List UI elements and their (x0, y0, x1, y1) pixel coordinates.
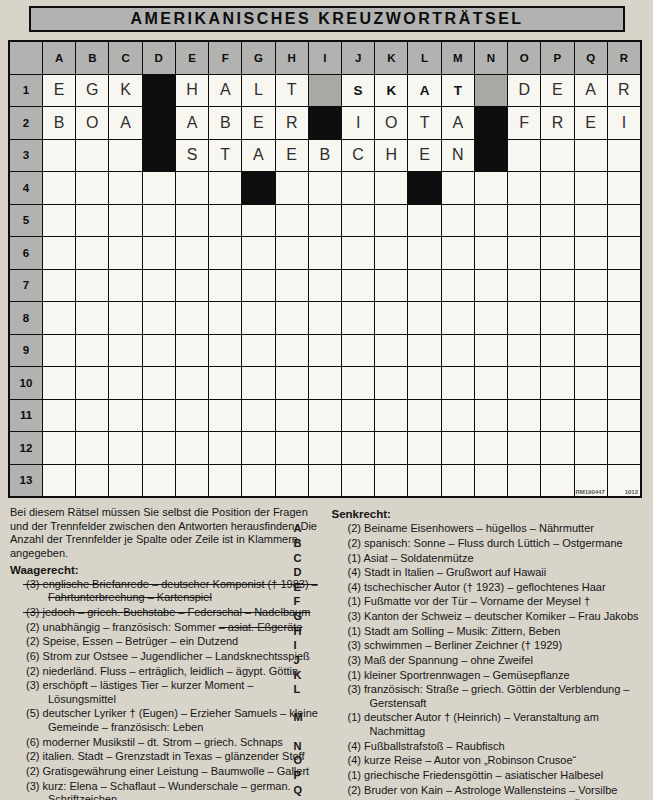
grid-cell-G7[interactable] (242, 270, 274, 302)
grid-cell-C1[interactable]: K (109, 75, 141, 107)
grid-cell-R10[interactable] (608, 367, 640, 399)
grid-cell-L9[interactable] (408, 335, 440, 367)
grid-cell-A6[interactable] (43, 237, 75, 269)
down-clue-O: O (4) kurze Reise – Autor von „Robinson … (332, 754, 646, 768)
crossword-grid: ABCDEFGHIJKLMNOPQR1EGKHALTSKATDEAR2BOAAB… (8, 40, 642, 498)
grid-cell-F8[interactable] (209, 302, 241, 334)
cell-letter: T (420, 114, 430, 132)
grid-cell-E3[interactable]: S (176, 140, 208, 172)
grid-cell-Q11[interactable] (575, 400, 607, 432)
grid-cell-K1[interactable]: K (375, 75, 407, 107)
grid-cell-H9[interactable] (276, 335, 308, 367)
grid-cell-E4[interactable] (176, 172, 208, 204)
grid-cell-A5[interactable] (43, 205, 75, 237)
cell-letter: T (454, 83, 462, 98)
right-column: Senkrecht: A (2) Beiname Eisenhowers – h… (332, 506, 646, 800)
row-label-11: 11 (10, 400, 42, 432)
grid-cell-D8[interactable] (143, 302, 175, 334)
grid-cell-I4[interactable] (309, 172, 341, 204)
grid-cell-I5[interactable] (309, 205, 341, 237)
grid-cell-K7[interactable] (375, 270, 407, 302)
grid-cell-E5[interactable] (176, 205, 208, 237)
grid-cell-C9[interactable] (109, 335, 141, 367)
grid-cell-M6[interactable] (442, 237, 474, 269)
grid-cell-Q13[interactable]: RM190447 (575, 465, 607, 497)
grid-cell-G13[interactable] (242, 465, 274, 497)
row-label-4: 4 (10, 172, 42, 204)
grid-cell-black-N2 (475, 107, 507, 139)
cell-letter: B (54, 114, 65, 132)
cell-letter: A (585, 81, 596, 99)
grid-cell-M4[interactable] (442, 172, 474, 204)
grid-cell-K6[interactable] (375, 237, 407, 269)
column-header-E: E (176, 42, 208, 74)
grid-cell-G1[interactable]: L (242, 75, 274, 107)
grid-cell-J10[interactable] (342, 367, 374, 399)
grid-cell-M7[interactable] (442, 270, 474, 302)
grid-cell-P1[interactable]: E (541, 75, 573, 107)
column-header-C: C (109, 42, 141, 74)
grid-cell-O1[interactable]: D (508, 75, 540, 107)
grid-cell-B13[interactable] (76, 465, 108, 497)
down-clue-M: M (1) deutscher Autor † (Heinrich) – Ver… (332, 711, 646, 738)
grid-cell-J3[interactable]: C (342, 140, 374, 172)
grid-cell-O8[interactable] (508, 302, 540, 334)
grid-cell-C13[interactable] (109, 465, 141, 497)
grid-cell-F6[interactable] (209, 237, 241, 269)
grid-cell-B2[interactable]: O (76, 107, 108, 139)
crossword-grid-wrap: ABCDEFGHIJKLMNOPQR1EGKHALTSKATDEAR2BOAAB… (8, 40, 642, 498)
grid-cell-P10[interactable] (541, 367, 573, 399)
grid-cell-Q2[interactable]: E (575, 107, 607, 139)
column-header-G: G (242, 42, 274, 74)
grid-cell-H4[interactable] (276, 172, 308, 204)
grid-cell-black-D3 (143, 140, 175, 172)
grid-cell-A1[interactable]: E (43, 75, 75, 107)
grid-cell-F12[interactable] (209, 432, 241, 464)
grid-cell-R5[interactable] (608, 205, 640, 237)
grid-cell-I3[interactable]: B (309, 140, 341, 172)
grid-cell-C2[interactable]: A (109, 107, 141, 139)
grid-cell-G12[interactable] (242, 432, 274, 464)
grid-cell-E8[interactable] (176, 302, 208, 334)
grid-cell-O5[interactable] (508, 205, 540, 237)
grid-cell-J8[interactable] (342, 302, 374, 334)
grid-cell-J6[interactable] (342, 237, 374, 269)
grid-cell-L3[interactable]: E (408, 140, 440, 172)
grid-cell-L12[interactable] (408, 432, 440, 464)
puzzle-title: AMERIKANISCHES KREUZWORTRÄTSEL (130, 10, 523, 28)
grid-cell-E12[interactable] (176, 432, 208, 464)
grid-cell-shaded-I1 (309, 75, 341, 107)
grid-cell-B9[interactable] (76, 335, 108, 367)
puzzle-title-bar: AMERIKANISCHES KREUZWORTRÄTSEL (29, 6, 625, 32)
grid-cell-B10[interactable] (76, 367, 108, 399)
cell-letter: R (552, 114, 564, 132)
grid-cell-E11[interactable] (176, 400, 208, 432)
grid-cell-J1[interactable]: S (342, 75, 374, 107)
grid-cell-D13[interactable] (143, 465, 175, 497)
grid-cell-K2[interactable]: O (375, 107, 407, 139)
grid-cell-R11[interactable] (608, 400, 640, 432)
grid-cell-R1[interactable]: R (608, 75, 640, 107)
grid-cell-N9[interactable] (475, 335, 507, 367)
grid-cell-P6[interactable] (541, 237, 573, 269)
row-label-6: 6 (10, 237, 42, 269)
cell-letter: D (518, 81, 530, 99)
grid-cell-I8[interactable] (309, 302, 341, 334)
left-column: Bei diesem Rätsel müssen Sie selbst die … (10, 506, 324, 800)
grid-cell-O6[interactable] (508, 237, 540, 269)
grid-cell-J7[interactable] (342, 270, 374, 302)
column-header-B: B (76, 42, 108, 74)
grid-cell-O2[interactable]: F (508, 107, 540, 139)
cell-letter: B (220, 114, 231, 132)
grid-cell-N7[interactable] (475, 270, 507, 302)
grid-cell-E6[interactable] (176, 237, 208, 269)
down-clue-F: F (1) Fußmatte vor der Tür – Vorname der… (332, 595, 646, 609)
grid-cell-K3[interactable]: H (375, 140, 407, 172)
column-header-H: H (276, 42, 308, 74)
grid-cell-J12[interactable] (342, 432, 374, 464)
grid-cell-K12[interactable] (375, 432, 407, 464)
intro-text: Bei diesem Rätsel müssen Sie selbst die … (10, 506, 324, 561)
grid-cell-C5[interactable] (109, 205, 141, 237)
grid-cell-N8[interactable] (475, 302, 507, 334)
grid-cell-A7[interactable] (43, 270, 75, 302)
grid-cell-M12[interactable] (442, 432, 474, 464)
cell-letter: O (385, 114, 397, 132)
column-header-N: N (475, 42, 507, 74)
grid-cell-F13[interactable] (209, 465, 241, 497)
row-label-7: 7 (10, 270, 42, 302)
grid-cell-H12[interactable] (276, 432, 308, 464)
grid-cell-R12[interactable] (608, 432, 640, 464)
grid-cell-F7[interactable] (209, 270, 241, 302)
grid-cell-P3[interactable] (541, 140, 573, 172)
grid-cell-F1[interactable]: A (209, 75, 241, 107)
grid-cell-J4[interactable] (342, 172, 374, 204)
grid-cell-E13[interactable] (176, 465, 208, 497)
grid-cell-Q9[interactable] (575, 335, 607, 367)
grid-cell-H1[interactable]: T (276, 75, 308, 107)
grid-cell-black-L4 (408, 172, 440, 204)
cell-letter: H (386, 146, 398, 164)
grid-cell-B4[interactable] (76, 172, 108, 204)
grid-cell-G8[interactable] (242, 302, 274, 334)
grid-cell-R6[interactable] (608, 237, 640, 269)
grid-cell-B8[interactable] (76, 302, 108, 334)
grid-cell-J13[interactable] (342, 465, 374, 497)
grid-cell-black-G4 (242, 172, 274, 204)
grid-cell-F10[interactable] (209, 367, 241, 399)
cell-letter: A (420, 83, 430, 98)
grid-cell-Q7[interactable] (575, 270, 607, 302)
grid-cell-G3[interactable]: A (242, 140, 274, 172)
grid-cell-black-D2 (143, 107, 175, 139)
grid-cell-I13[interactable] (309, 465, 341, 497)
grid-cell-C6[interactable] (109, 237, 141, 269)
down-clue-E: E (4) tschechischer Autor († 1923) – gef… (332, 581, 646, 595)
column-header-F: F (209, 42, 241, 74)
grid-cell-P8[interactable] (541, 302, 573, 334)
grid-cell-K5[interactable] (375, 205, 407, 237)
print-code: RM190447 (575, 489, 604, 495)
grid-cell-B3[interactable] (76, 140, 108, 172)
grid-cell-N6[interactable] (475, 237, 507, 269)
down-clues: A (2) Beiname Eisenhowers – hügellos – N… (332, 522, 646, 800)
across-clue-2: 2 (3) jedoch – griech. Buchstabe – Feder… (10, 606, 324, 620)
grid-cell-C8[interactable] (109, 302, 141, 334)
grid-cell-A11[interactable] (43, 400, 75, 432)
grid-cell-N12[interactable] (475, 432, 507, 464)
grid-cell-N11[interactable] (475, 400, 507, 432)
grid-cell-D9[interactable] (143, 335, 175, 367)
cell-letter: K (386, 83, 396, 98)
cell-letter: I (356, 114, 360, 132)
grid-cell-O3[interactable] (508, 140, 540, 172)
grid-cell-O10[interactable] (508, 367, 540, 399)
grid-cell-P4[interactable] (541, 172, 573, 204)
grid-cell-M8[interactable] (442, 302, 474, 334)
grid-cell-H13[interactable] (276, 465, 308, 497)
grid-cell-O4[interactable] (508, 172, 540, 204)
down-clue-D: D (4) Stadt in Italien – Grußwort auf Ha… (332, 566, 646, 580)
grid-cell-F11[interactable] (209, 400, 241, 432)
grid-cell-H8[interactable] (276, 302, 308, 334)
grid-cell-I6[interactable] (309, 237, 341, 269)
grid-cell-P2[interactable]: R (541, 107, 573, 139)
grid-cell-O11[interactable] (508, 400, 540, 432)
grid-cell-O13[interactable] (508, 465, 540, 497)
cell-letter: L (254, 81, 263, 99)
cell-letter: K (120, 81, 131, 99)
across-clue-8: 8 (5) deutscher Lyriker † (Eugen) – Erzi… (10, 707, 324, 734)
grid-cell-A8[interactable] (43, 302, 75, 334)
row-label-3: 3 (10, 140, 42, 172)
grid-cell-D5[interactable] (143, 205, 175, 237)
row-label-8: 8 (10, 302, 42, 334)
grid-cell-P7[interactable] (541, 270, 573, 302)
grid-cell-G5[interactable] (242, 205, 274, 237)
grid-cell-M5[interactable] (442, 205, 474, 237)
across-clue-3: 3 (2) unabhängig – französisch: Sommer –… (10, 621, 324, 635)
grid-cell-M11[interactable] (442, 400, 474, 432)
row-label-9: 9 (10, 335, 42, 367)
grid-cell-C11[interactable] (109, 400, 141, 432)
grid-cell-J2[interactable]: I (342, 107, 374, 139)
grid-cell-G9[interactable] (242, 335, 274, 367)
grid-cell-P9[interactable] (541, 335, 573, 367)
grid-cell-D4[interactable] (143, 172, 175, 204)
grid-cell-D7[interactable] (143, 270, 175, 302)
grid-cell-J9[interactable] (342, 335, 374, 367)
grid-cell-A10[interactable] (43, 367, 75, 399)
grid-cell-B5[interactable] (76, 205, 108, 237)
grid-cell-Q1[interactable]: A (575, 75, 607, 107)
grid-cell-B6[interactable] (76, 237, 108, 269)
grid-cell-A13[interactable] (43, 465, 75, 497)
grid-cell-C7[interactable] (109, 270, 141, 302)
grid-cell-N5[interactable] (475, 205, 507, 237)
cell-letter: A (220, 81, 231, 99)
grid-cell-L13[interactable] (408, 465, 440, 497)
cell-letter: A (253, 146, 264, 164)
grid-cell-I9[interactable] (309, 335, 341, 367)
grid-cell-H7[interactable] (276, 270, 308, 302)
grid-cell-R9[interactable] (608, 335, 640, 367)
grid-cell-I11[interactable] (309, 400, 341, 432)
grid-cell-D10[interactable] (143, 367, 175, 399)
grid-cell-K10[interactable] (375, 367, 407, 399)
grid-cell-D12[interactable] (143, 432, 175, 464)
grid-cell-O7[interactable] (508, 270, 540, 302)
grid-cell-C4[interactable] (109, 172, 141, 204)
grid-cell-G10[interactable] (242, 367, 274, 399)
grid-cell-Q10[interactable] (575, 367, 607, 399)
row-label-1: 1 (10, 75, 42, 107)
grid-cell-M9[interactable] (442, 335, 474, 367)
grid-cell-C12[interactable] (109, 432, 141, 464)
grid-cell-P5[interactable] (541, 205, 573, 237)
cell-letter: T (220, 146, 230, 164)
grid-cell-E1[interactable]: H (176, 75, 208, 107)
grid-cell-B11[interactable] (76, 400, 108, 432)
grid-cell-R4[interactable] (608, 172, 640, 204)
grid-cell-A4[interactable] (43, 172, 75, 204)
grid-cell-J11[interactable] (342, 400, 374, 432)
grid-cell-A2[interactable]: B (43, 107, 75, 139)
grid-cell-F5[interactable] (209, 205, 241, 237)
grid-cell-H2[interactable]: R (276, 107, 308, 139)
grid-cell-Q5[interactable] (575, 205, 607, 237)
grid-cell-I12[interactable] (309, 432, 341, 464)
grid-cell-F4[interactable] (209, 172, 241, 204)
cell-letter: E (286, 146, 297, 164)
cell-letter: E (585, 114, 596, 132)
grid-cell-H3[interactable]: E (276, 140, 308, 172)
grid-cell-D11[interactable] (143, 400, 175, 432)
grid-corner-cell (10, 42, 42, 74)
grid-cell-R2[interactable]: I (608, 107, 640, 139)
grid-cell-I10[interactable] (309, 367, 341, 399)
grid-cell-E7[interactable] (176, 270, 208, 302)
cell-letter: E (552, 81, 563, 99)
grid-cell-M10[interactable] (442, 367, 474, 399)
grid-cell-E10[interactable] (176, 367, 208, 399)
grid-cell-L7[interactable] (408, 270, 440, 302)
grid-cell-Q4[interactable] (575, 172, 607, 204)
grid-cell-D6[interactable] (143, 237, 175, 269)
grid-cell-F9[interactable] (209, 335, 241, 367)
across-clue-4: 4 (2) Speise, Essen – Betrüger – ein Dut… (10, 635, 324, 649)
grid-cell-A9[interactable] (43, 335, 75, 367)
grid-cell-K4[interactable] (375, 172, 407, 204)
grid-cell-M13[interactable] (442, 465, 474, 497)
grid-cell-F3[interactable]: T (209, 140, 241, 172)
grid-cell-H6[interactable] (276, 237, 308, 269)
grid-cell-L1[interactable]: A (408, 75, 440, 107)
print-code: 1012 (625, 489, 638, 495)
cell-letter: E (253, 114, 264, 132)
grid-cell-R8[interactable] (608, 302, 640, 334)
grid-cell-R3[interactable] (608, 140, 640, 172)
grid-cell-B7[interactable] (76, 270, 108, 302)
grid-cell-O9[interactable] (508, 335, 540, 367)
grid-cell-L5[interactable] (408, 205, 440, 237)
down-clue-B: B (2) spanisch: Sonne – Fluss durch Lütt… (332, 537, 646, 551)
grid-cell-K9[interactable] (375, 335, 407, 367)
grid-cell-black-D1 (143, 75, 175, 107)
across-clue-7: 7 (3) erschöpft – lästiges Tier – kurzer… (10, 679, 324, 706)
grid-cell-L2[interactable]: T (408, 107, 440, 139)
grid-cell-N13[interactable] (475, 465, 507, 497)
grid-cell-L10[interactable] (408, 367, 440, 399)
grid-cell-P13[interactable] (541, 465, 573, 497)
grid-cell-Q12[interactable] (575, 432, 607, 464)
column-header-K: K (375, 42, 407, 74)
grid-cell-C3[interactable] (109, 140, 141, 172)
grid-cell-L6[interactable] (408, 237, 440, 269)
column-header-M: M (442, 42, 474, 74)
grid-cell-L8[interactable] (408, 302, 440, 334)
grid-cell-B12[interactable] (76, 432, 108, 464)
grid-cell-black-I2 (309, 107, 341, 139)
grid-cell-E2[interactable]: A (176, 107, 208, 139)
grid-cell-K8[interactable] (375, 302, 407, 334)
grid-cell-P11[interactable] (541, 400, 573, 432)
grid-cell-O12[interactable] (508, 432, 540, 464)
grid-cell-M1[interactable]: T (442, 75, 474, 107)
grid-cell-L11[interactable] (408, 400, 440, 432)
puzzle-page: AMERIKANISCHES KREUZWORTRÄTSEL ABCDEFGHI… (0, 0, 653, 800)
grid-cell-R7[interactable] (608, 270, 640, 302)
grid-cell-M3[interactable]: N (442, 140, 474, 172)
grid-cell-shaded-N1 (475, 75, 507, 107)
grid-cell-I7[interactable] (309, 270, 341, 302)
cell-letter: A (187, 114, 198, 132)
grid-cell-H10[interactable] (276, 367, 308, 399)
grid-cell-N4[interactable] (475, 172, 507, 204)
grid-cell-M2[interactable]: A (442, 107, 474, 139)
grid-cell-R13[interactable]: 1012 (608, 465, 640, 497)
grid-cell-A3[interactable] (43, 140, 75, 172)
grid-cell-C10[interactable] (109, 367, 141, 399)
grid-cell-P12[interactable] (541, 432, 573, 464)
grid-cell-F2[interactable]: B (209, 107, 241, 139)
grid-cell-H5[interactable] (276, 205, 308, 237)
grid-cell-J5[interactable] (342, 205, 374, 237)
grid-cell-H11[interactable] (276, 400, 308, 432)
grid-cell-K13[interactable] (375, 465, 407, 497)
grid-cell-B1[interactable]: G (76, 75, 108, 107)
grid-cell-Q8[interactable] (575, 302, 607, 334)
grid-cell-K11[interactable] (375, 400, 407, 432)
grid-cell-G11[interactable] (242, 400, 274, 432)
grid-cell-G2[interactable]: E (242, 107, 274, 139)
grid-cell-E9[interactable] (176, 335, 208, 367)
grid-cell-A12[interactable] (43, 432, 75, 464)
column-header-O: O (508, 42, 540, 74)
grid-cell-Q3[interactable] (575, 140, 607, 172)
across-clue-10: 10 (2) italien. Stadt – Grenzstadt in Te… (10, 750, 324, 764)
grid-cell-G6[interactable] (242, 237, 274, 269)
down-clue-A: A (2) Beiname Eisenhowers – hügellos – N… (332, 522, 646, 536)
grid-cell-N10[interactable] (475, 367, 507, 399)
row-label-13: 13 (10, 465, 42, 497)
grid-cell-Q6[interactable] (575, 237, 607, 269)
down-clue-J: J (3) Maß der Spannung – ohne Zweifel (332, 654, 646, 668)
